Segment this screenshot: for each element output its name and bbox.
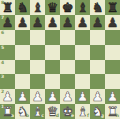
square-d2[interactable]: ♟ [45, 89, 60, 104]
square-b2[interactable]: ♟ [15, 89, 30, 104]
chess-board: 8♜♞♝♛♚♝♞♜7♟♟♟♟♟♟♟♟65432♟♟♟♟♟♟♟♟1a♜b♞c♝d♛… [0, 0, 120, 119]
square-b3[interactable] [15, 74, 30, 89]
square-a1[interactable]: 1a♜ [0, 104, 15, 119]
square-e3[interactable] [60, 74, 75, 89]
square-b6[interactable] [15, 30, 30, 45]
square-g4[interactable] [90, 60, 105, 75]
square-d5[interactable] [45, 45, 60, 60]
piece-white-rook-h1[interactable]: ♜ [107, 105, 119, 118]
piece-black-pawn-a7[interactable]: ♟ [2, 15, 14, 28]
square-a2[interactable]: 2♟ [0, 89, 15, 104]
square-a4[interactable]: 4 [0, 60, 15, 75]
piece-black-bishop-f8[interactable]: ♝ [77, 0, 89, 13]
square-h4[interactable] [105, 60, 120, 75]
piece-white-pawn-e2[interactable]: ♟ [62, 90, 74, 103]
piece-white-pawn-d2[interactable]: ♟ [47, 90, 59, 103]
square-b5[interactable] [15, 45, 30, 60]
piece-black-pawn-c7[interactable]: ♟ [32, 15, 44, 28]
square-f1[interactable]: f♝ [75, 104, 90, 119]
square-g7[interactable]: ♟ [90, 15, 105, 30]
square-f8[interactable]: ♝ [75, 0, 90, 15]
square-h6[interactable] [105, 30, 120, 45]
piece-black-pawn-d7[interactable]: ♟ [47, 15, 59, 28]
square-h1[interactable]: h♜ [105, 104, 120, 119]
square-h8[interactable]: ♜ [105, 0, 120, 15]
piece-black-pawn-e7[interactable]: ♟ [62, 15, 74, 28]
piece-black-queen-d8[interactable]: ♛ [47, 0, 59, 13]
square-d4[interactable] [45, 60, 60, 75]
piece-white-pawn-a2[interactable]: ♟ [2, 90, 14, 103]
square-d6[interactable] [45, 30, 60, 45]
piece-white-pawn-h2[interactable]: ♟ [107, 90, 119, 103]
square-g2[interactable]: ♟ [90, 89, 105, 104]
piece-white-pawn-b2[interactable]: ♟ [17, 90, 29, 103]
piece-black-rook-h8[interactable]: ♜ [107, 0, 119, 13]
rank-label-3: 3 [1, 75, 4, 80]
square-d3[interactable] [45, 74, 60, 89]
square-f3[interactable] [75, 74, 90, 89]
piece-white-knight-g1[interactable]: ♞ [92, 105, 104, 118]
rank-label-6: 6 [1, 31, 4, 36]
piece-white-queen-d1[interactable]: ♛ [47, 105, 59, 118]
square-b8[interactable]: ♞ [15, 0, 30, 15]
square-h7[interactable]: ♟ [105, 15, 120, 30]
square-e7[interactable]: ♟ [60, 15, 75, 30]
square-h3[interactable] [105, 74, 120, 89]
square-g1[interactable]: g♞ [90, 104, 105, 119]
piece-black-knight-g8[interactable]: ♞ [92, 0, 104, 13]
square-e5[interactable] [60, 45, 75, 60]
piece-black-pawn-b7[interactable]: ♟ [17, 15, 29, 28]
piece-white-king-e1[interactable]: ♚ [62, 105, 74, 118]
square-f5[interactable] [75, 45, 90, 60]
piece-black-pawn-f7[interactable]: ♟ [77, 15, 89, 28]
square-c2[interactable]: ♟ [30, 89, 45, 104]
rank-label-4: 4 [1, 61, 4, 66]
square-f7[interactable]: ♟ [75, 15, 90, 30]
square-e4[interactable] [60, 60, 75, 75]
square-e2[interactable]: ♟ [60, 89, 75, 104]
square-h2[interactable]: ♟ [105, 89, 120, 104]
piece-black-bishop-c8[interactable]: ♝ [32, 0, 44, 13]
square-g8[interactable]: ♞ [90, 0, 105, 15]
square-a7[interactable]: 7♟ [0, 15, 15, 30]
square-g5[interactable] [90, 45, 105, 60]
piece-white-pawn-g2[interactable]: ♟ [92, 90, 104, 103]
square-a8[interactable]: 8♜ [0, 0, 15, 15]
piece-black-king-e8[interactable]: ♚ [62, 0, 74, 13]
square-a3[interactable]: 3 [0, 74, 15, 89]
piece-black-pawn-h7[interactable]: ♟ [107, 15, 119, 28]
piece-black-knight-b8[interactable]: ♞ [17, 0, 29, 13]
piece-white-bishop-f1[interactable]: ♝ [77, 105, 89, 118]
piece-black-pawn-g7[interactable]: ♟ [92, 15, 104, 28]
square-e8[interactable]: ♚ [60, 0, 75, 15]
square-c1[interactable]: c♝ [30, 104, 45, 119]
piece-white-rook-a1[interactable]: ♜ [2, 105, 14, 118]
square-c8[interactable]: ♝ [30, 0, 45, 15]
square-d7[interactable]: ♟ [45, 15, 60, 30]
square-f4[interactable] [75, 60, 90, 75]
square-e6[interactable] [60, 30, 75, 45]
rank-label-5: 5 [1, 46, 4, 51]
square-g3[interactable] [90, 74, 105, 89]
square-b1[interactable]: b♞ [15, 104, 30, 119]
square-c6[interactable] [30, 30, 45, 45]
square-g6[interactable] [90, 30, 105, 45]
square-b4[interactable] [15, 60, 30, 75]
square-c3[interactable] [30, 74, 45, 89]
square-b7[interactable]: ♟ [15, 15, 30, 30]
piece-white-pawn-f2[interactable]: ♟ [77, 90, 89, 103]
square-h5[interactable] [105, 45, 120, 60]
piece-white-pawn-c2[interactable]: ♟ [32, 90, 44, 103]
square-f2[interactable]: ♟ [75, 89, 90, 104]
piece-black-rook-a8[interactable]: ♜ [2, 0, 14, 13]
piece-white-knight-b1[interactable]: ♞ [17, 105, 29, 118]
square-f6[interactable] [75, 30, 90, 45]
square-a6[interactable]: 6 [0, 30, 15, 45]
square-c7[interactable]: ♟ [30, 15, 45, 30]
square-a5[interactable]: 5 [0, 45, 15, 60]
square-d8[interactable]: ♛ [45, 0, 60, 15]
square-e1[interactable]: e♚ [60, 104, 75, 119]
square-d1[interactable]: d♛ [45, 104, 60, 119]
square-c4[interactable] [30, 60, 45, 75]
square-c5[interactable] [30, 45, 45, 60]
piece-white-bishop-c1[interactable]: ♝ [32, 105, 44, 118]
